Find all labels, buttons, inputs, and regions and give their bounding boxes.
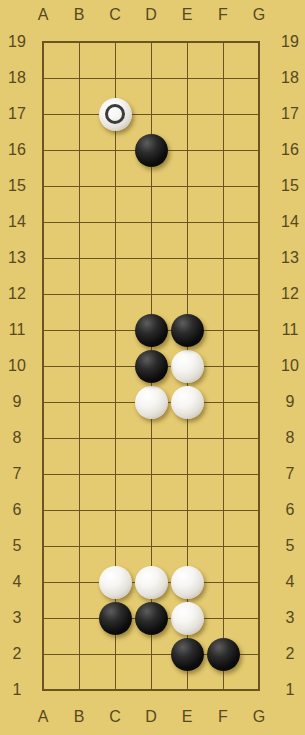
coord-label-bottom-C: C bbox=[98, 708, 132, 726]
stone-white-E3[interactable] bbox=[171, 602, 204, 635]
stone-white-C17[interactable] bbox=[99, 98, 132, 131]
stone-black-C3[interactable] bbox=[99, 602, 132, 635]
coord-label-top-C: C bbox=[98, 6, 132, 24]
coord-label-right-11: 11 bbox=[273, 321, 305, 339]
stone-black-F2[interactable] bbox=[207, 638, 240, 671]
grid-line bbox=[42, 114, 260, 115]
grid-line bbox=[42, 186, 260, 187]
grid-line bbox=[42, 546, 260, 547]
coord-label-left-16: 16 bbox=[0, 141, 34, 159]
coord-label-left-4: 4 bbox=[0, 573, 34, 591]
grid-line bbox=[42, 258, 260, 259]
coord-label-right-8: 8 bbox=[273, 429, 305, 447]
stone-black-D11[interactable] bbox=[135, 314, 168, 347]
stone-white-C4[interactable] bbox=[99, 566, 132, 599]
coord-label-top-D: D bbox=[134, 6, 168, 24]
grid-line bbox=[42, 222, 260, 223]
stone-white-D9[interactable] bbox=[135, 386, 168, 419]
coord-label-left-10: 10 bbox=[0, 357, 34, 375]
coord-label-left-7: 7 bbox=[0, 465, 34, 483]
coord-label-left-9: 9 bbox=[0, 393, 34, 411]
coord-label-left-14: 14 bbox=[0, 213, 34, 231]
coord-label-left-17: 17 bbox=[0, 105, 34, 123]
stone-white-D4[interactable] bbox=[135, 566, 168, 599]
coord-label-right-16: 16 bbox=[273, 141, 305, 159]
grid-line bbox=[42, 474, 260, 475]
coord-label-top-F: F bbox=[206, 6, 240, 24]
coord-label-right-2: 2 bbox=[273, 645, 305, 663]
coord-label-right-1: 1 bbox=[273, 681, 305, 699]
coord-label-bottom-D: D bbox=[134, 708, 168, 726]
coord-label-right-6: 6 bbox=[273, 501, 305, 519]
coord-label-left-11: 11 bbox=[0, 321, 34, 339]
stone-black-D16[interactable] bbox=[135, 134, 168, 167]
coord-label-left-3: 3 bbox=[0, 609, 34, 627]
grid-line bbox=[42, 438, 260, 439]
coord-label-top-E: E bbox=[170, 6, 204, 24]
coord-label-left-1: 1 bbox=[0, 681, 34, 699]
coord-label-top-B: B bbox=[62, 6, 96, 24]
last-move-circle-marker bbox=[105, 104, 125, 124]
grid-line bbox=[42, 689, 260, 691]
coord-label-bottom-G: G bbox=[242, 708, 276, 726]
grid-line bbox=[42, 294, 260, 295]
coord-label-right-17: 17 bbox=[273, 105, 305, 123]
coord-label-bottom-B: B bbox=[62, 708, 96, 726]
coord-label-right-7: 7 bbox=[273, 465, 305, 483]
coord-label-right-10: 10 bbox=[273, 357, 305, 375]
coord-label-left-5: 5 bbox=[0, 537, 34, 555]
coord-label-right-18: 18 bbox=[273, 69, 305, 87]
coord-label-right-13: 13 bbox=[273, 249, 305, 267]
coord-label-left-15: 15 bbox=[0, 177, 34, 195]
coord-label-bottom-F: F bbox=[206, 708, 240, 726]
coord-label-right-14: 14 bbox=[273, 213, 305, 231]
grid-line bbox=[42, 78, 260, 79]
grid-line bbox=[42, 510, 260, 511]
coord-label-left-13: 13 bbox=[0, 249, 34, 267]
stone-black-D3[interactable] bbox=[135, 602, 168, 635]
coord-label-top-A: A bbox=[26, 6, 60, 24]
coord-label-left-18: 18 bbox=[0, 69, 34, 87]
coord-label-right-4: 4 bbox=[273, 573, 305, 591]
stone-white-E9[interactable] bbox=[171, 386, 204, 419]
stone-white-E4[interactable] bbox=[171, 566, 204, 599]
go-board[interactable]: ABCDEFG ABCDEFG 191817161514131211109876… bbox=[0, 0, 305, 735]
coord-label-bottom-E: E bbox=[170, 708, 204, 726]
coord-label-right-12: 12 bbox=[273, 285, 305, 303]
coord-label-right-15: 15 bbox=[273, 177, 305, 195]
coord-label-left-2: 2 bbox=[0, 645, 34, 663]
coord-label-right-5: 5 bbox=[273, 537, 305, 555]
coord-label-bottom-A: A bbox=[26, 708, 60, 726]
coord-label-top-G: G bbox=[242, 6, 276, 24]
stone-white-E10[interactable] bbox=[171, 350, 204, 383]
coord-label-left-19: 19 bbox=[0, 33, 34, 51]
coord-label-left-6: 6 bbox=[0, 501, 34, 519]
grid-line bbox=[42, 41, 260, 43]
coord-label-right-9: 9 bbox=[273, 393, 305, 411]
coord-label-right-3: 3 bbox=[273, 609, 305, 627]
coord-label-left-12: 12 bbox=[0, 285, 34, 303]
coord-label-right-19: 19 bbox=[273, 33, 305, 51]
stone-black-D10[interactable] bbox=[135, 350, 168, 383]
stone-black-E11[interactable] bbox=[171, 314, 204, 347]
coord-label-left-8: 8 bbox=[0, 429, 34, 447]
stone-black-E2[interactable] bbox=[171, 638, 204, 671]
